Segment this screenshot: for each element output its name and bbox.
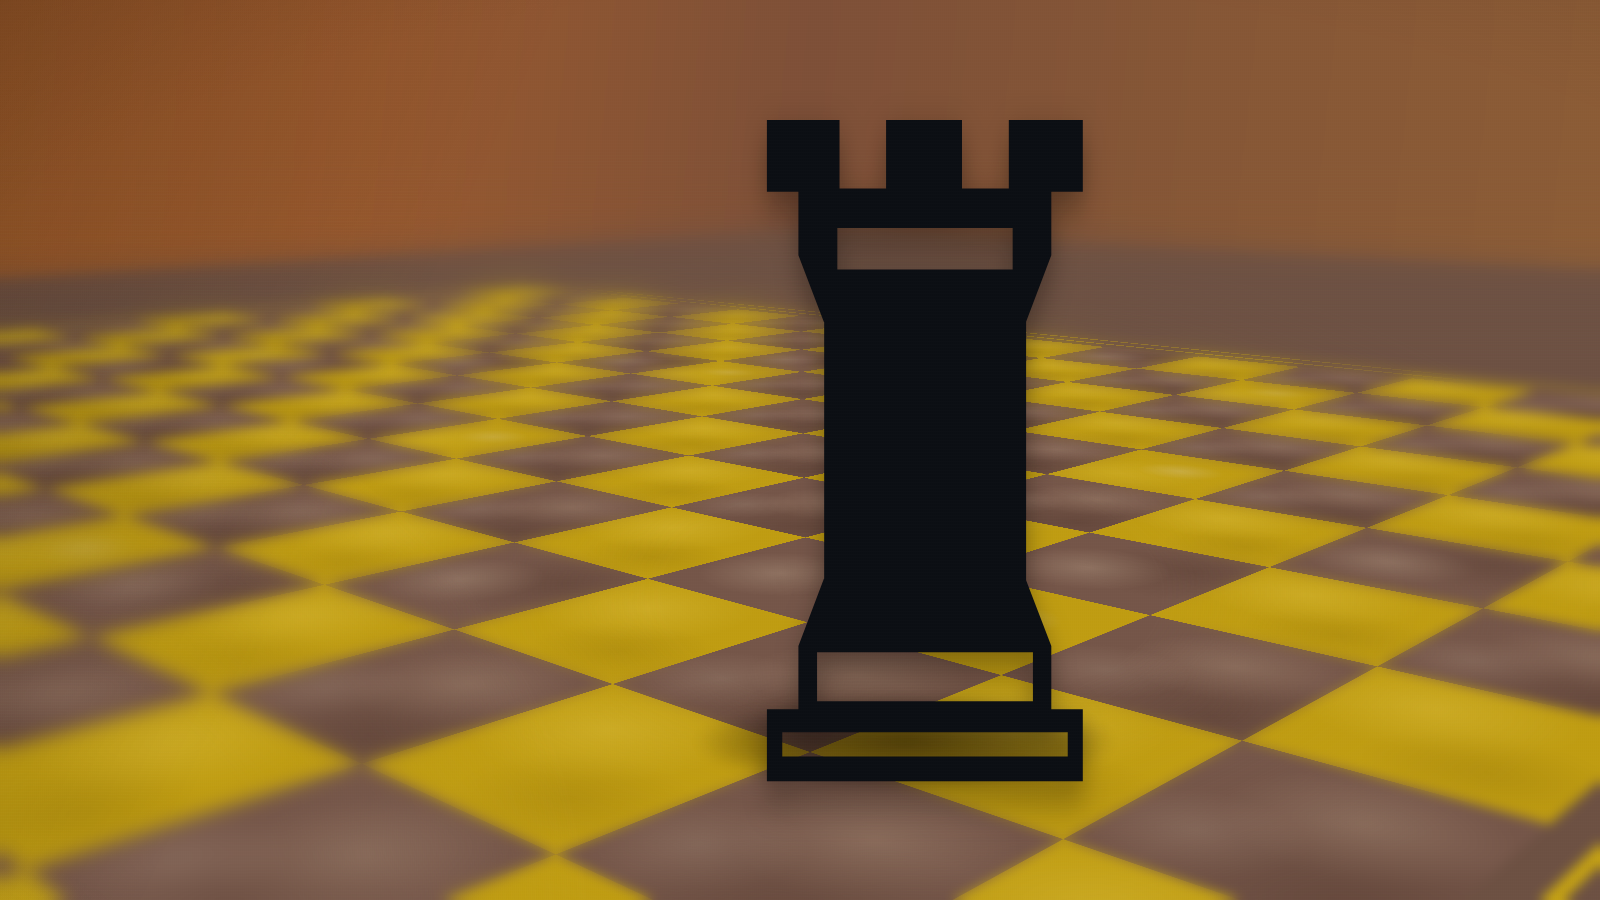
scene: ♜ xyxy=(0,0,1600,900)
black-rook-piece[interactable]: ♜ xyxy=(673,132,1176,802)
black-rook-icon: ♜ xyxy=(673,132,1176,802)
